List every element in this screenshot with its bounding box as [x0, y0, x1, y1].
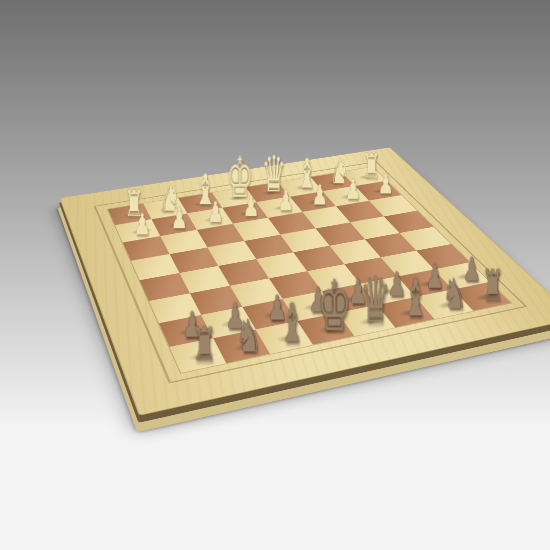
scene-background: ♜♞♝♚♛♝♞♜♟♟♟♟♟♟♟♟♟♟♟♟♟♟♟♟♜♞♝♚♛♝♞♜ [0, 0, 550, 550]
square-f8[interactable]: ♝ [256, 321, 313, 354]
square-d4[interactable] [280, 228, 329, 252]
white-pawn[interactable]: ♟ [277, 187, 294, 215]
board-border: ♜♞♝♚♛♝♞♜♟♟♟♟♟♟♟♟♟♟♟♟♟♟♟♟♜♞♝♚♛♝♞♜ [59, 147, 550, 416]
black-rook[interactable]: ♜ [481, 266, 504, 307]
white-pawn[interactable]: ♟ [377, 171, 393, 198]
white-pawn[interactable]: ♟ [133, 210, 150, 239]
black-knight[interactable]: ♞ [235, 314, 262, 358]
white-pawn[interactable]: ♟ [242, 192, 259, 220]
white-pawn[interactable]: ♟ [311, 181, 327, 209]
board-grid: ♜♞♝♚♛♝♞♜♟♟♟♟♟♟♟♟♟♟♟♟♟♟♟♟♜♞♝♚♛♝♞♜ [108, 167, 511, 373]
black-queen[interactable]: ♛ [360, 269, 391, 331]
black-rook[interactable]: ♜ [191, 323, 217, 368]
black-bishop[interactable]: ♝ [278, 296, 306, 349]
black-knight[interactable]: ♞ [441, 274, 466, 315]
black-bishop[interactable]: ♝ [401, 272, 428, 323]
perspective-container: ♜♞♝♚♛♝♞♜♟♟♟♟♟♟♟♟♟♟♟♟♟♟♟♟♜♞♝♚♛♝♞♜ [0, 0, 550, 550]
black-king[interactable]: ♚ [317, 270, 351, 340]
white-pawn[interactable]: ♟ [345, 176, 361, 204]
chess-board: ♜♞♝♚♛♝♞♜♟♟♟♟♟♟♟♟♟♟♟♟♟♟♟♟♜♞♝♚♛♝♞♜ [59, 147, 550, 416]
white-pawn[interactable]: ♟ [170, 204, 187, 233]
square-g8[interactable]: ♞ [213, 330, 270, 364]
white-pawn[interactable]: ♟ [207, 198, 224, 227]
